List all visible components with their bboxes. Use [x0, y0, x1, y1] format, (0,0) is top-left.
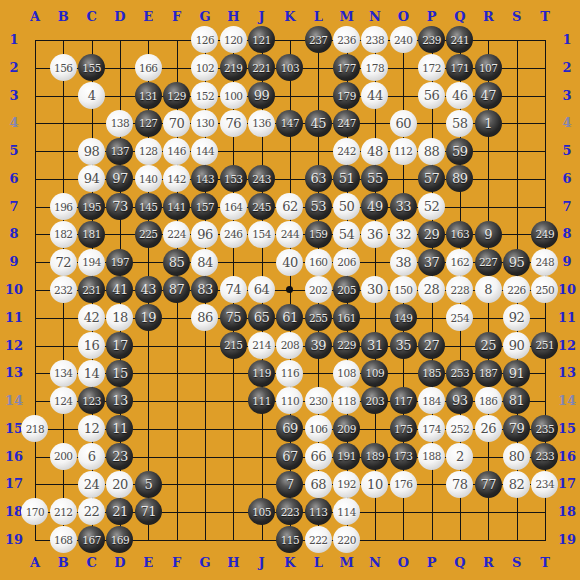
stone-J6-move-243: 243: [248, 165, 275, 192]
col-label-top-J: J: [248, 9, 276, 25]
stone-D16-move-23: 23: [106, 443, 133, 470]
stone-H1-move-120: 120: [220, 26, 247, 53]
col-label-bottom-M: M: [333, 555, 361, 571]
col-label-bottom-L: L: [304, 555, 332, 571]
stone-O1-move-240: 240: [390, 26, 417, 53]
stone-D4-move-138: 138: [106, 110, 133, 137]
stone-R13-move-187: 187: [475, 360, 502, 387]
stone-N7-move-49: 49: [361, 193, 388, 220]
stone-C14-move-123: 123: [78, 387, 105, 414]
stone-D6-move-97: 97: [106, 165, 133, 192]
col-label-top-B: B: [49, 9, 77, 25]
stone-F10-move-87: 87: [163, 276, 190, 303]
col-label-top-H: H: [219, 9, 247, 25]
stone-D12-move-17: 17: [106, 332, 133, 359]
stone-Q15-move-252: 252: [446, 415, 473, 442]
stone-H6-move-153: 153: [220, 165, 247, 192]
stone-H3-move-100: 100: [220, 82, 247, 109]
stone-D11-move-18: 18: [106, 304, 133, 331]
col-label-bottom-O: O: [389, 555, 417, 571]
col-label-top-D: D: [106, 9, 134, 25]
stone-D5-move-137: 137: [106, 138, 133, 165]
stone-N2-move-178: 178: [361, 54, 388, 81]
col-label-bottom-P: P: [418, 555, 446, 571]
stone-M17-move-192: 192: [333, 471, 360, 498]
stone-M16-move-191: 191: [333, 443, 360, 470]
stone-G10-move-83: 83: [191, 276, 218, 303]
stone-H8-move-246: 246: [220, 221, 247, 248]
stone-C9-move-194: 194: [78, 249, 105, 276]
stone-M3-move-179: 179: [333, 82, 360, 109]
stone-K15-move-69: 69: [276, 415, 303, 442]
stone-Q13-move-253: 253: [446, 360, 473, 387]
stone-D13-move-15: 15: [106, 360, 133, 387]
col-label-top-L: L: [304, 9, 332, 25]
stone-J2-move-221: 221: [248, 54, 275, 81]
stone-J11-move-65: 65: [248, 304, 275, 331]
stone-R14-move-186: 186: [475, 387, 502, 414]
stone-O14-move-117: 117: [390, 387, 417, 414]
stone-C18-move-22: 22: [78, 498, 105, 525]
stone-F4-move-70: 70: [163, 110, 190, 137]
stone-J14-move-111: 111: [248, 387, 275, 414]
stone-C12-move-16: 16: [78, 332, 105, 359]
stone-B10-move-232: 232: [50, 276, 77, 303]
stone-L19-move-222: 222: [305, 526, 332, 553]
stone-C7-move-195: 195: [78, 193, 105, 220]
col-label-bottom-S: S: [503, 555, 531, 571]
stone-T8-move-249: 249: [531, 221, 558, 248]
stone-F8-move-224: 224: [163, 221, 190, 248]
stone-T16-move-233: 233: [531, 443, 558, 470]
stone-J8-move-154: 154: [248, 221, 275, 248]
stone-C10-move-231: 231: [78, 276, 105, 303]
stone-L18-move-113: 113: [305, 498, 332, 525]
col-label-bottom-T: T: [531, 555, 559, 571]
col-label-top-S: S: [503, 9, 531, 25]
stone-T17-move-234: 234: [531, 471, 558, 498]
stone-P16-move-188: 188: [418, 443, 445, 470]
stone-N16-move-189: 189: [361, 443, 388, 470]
stone-Q9-move-162: 162: [446, 249, 473, 276]
stone-G3-move-152: 152: [191, 82, 218, 109]
stone-C3-move-4: 4: [78, 82, 105, 109]
stone-B14-move-124: 124: [50, 387, 77, 414]
stone-G11-move-86: 86: [191, 304, 218, 331]
stone-M11-move-161: 161: [333, 304, 360, 331]
col-label-top-T: T: [531, 9, 559, 25]
stone-M18-move-114: 114: [333, 498, 360, 525]
col-label-bottom-C: C: [78, 555, 106, 571]
stone-F5-move-146: 146: [163, 138, 190, 165]
stone-K18-move-223: 223: [276, 498, 303, 525]
stone-L8-move-159: 159: [305, 221, 332, 248]
stone-B16-move-200: 200: [50, 443, 77, 470]
col-label-bottom-Q: Q: [446, 555, 474, 571]
stone-C8-move-181: 181: [78, 221, 105, 248]
stone-O15-move-175: 175: [390, 415, 417, 442]
stone-C16-move-6: 6: [78, 443, 105, 470]
stone-M10-move-205: 205: [333, 276, 360, 303]
stone-R2-move-107: 107: [475, 54, 502, 81]
col-label-bottom-B: B: [49, 555, 77, 571]
stone-S14-move-81: 81: [503, 387, 530, 414]
stone-L16-move-66: 66: [305, 443, 332, 470]
stone-Q6-move-89: 89: [446, 165, 473, 192]
stone-R15-move-26: 26: [475, 415, 502, 442]
stone-P15-move-174: 174: [418, 415, 445, 442]
col-label-bottom-J: J: [248, 555, 276, 571]
stone-F3-move-129: 129: [163, 82, 190, 109]
stone-H10-move-74: 74: [220, 276, 247, 303]
stone-S10-move-226: 226: [503, 276, 530, 303]
stone-B18-move-212: 212: [50, 498, 77, 525]
stone-M9-move-206: 206: [333, 249, 360, 276]
stone-J7-move-245: 245: [248, 193, 275, 220]
col-label-top-F: F: [163, 9, 191, 25]
stone-D15-move-11: 11: [106, 415, 133, 442]
stone-Q14-move-93: 93: [446, 387, 473, 414]
stone-M8-move-54: 54: [333, 221, 360, 248]
stone-E4-move-127: 127: [135, 110, 162, 137]
stone-K16-move-67: 67: [276, 443, 303, 470]
col-label-bottom-A: A: [21, 555, 49, 571]
stone-N14-move-203: 203: [361, 387, 388, 414]
stone-Q4-move-58: 58: [446, 110, 473, 137]
stone-K2-move-103: 103: [276, 54, 303, 81]
stone-M15-move-209: 209: [333, 415, 360, 442]
stone-N5-move-48: 48: [361, 138, 388, 165]
stone-L6-move-63: 63: [305, 165, 332, 192]
stone-O17-move-176: 176: [390, 471, 417, 498]
stone-M7-move-50: 50: [333, 193, 360, 220]
col-label-bottom-D: D: [106, 555, 134, 571]
stone-P7-move-52: 52: [418, 193, 445, 220]
stone-L12-move-39: 39: [305, 332, 332, 359]
stone-K13-move-116: 116: [276, 360, 303, 387]
stone-C2-move-155: 155: [78, 54, 105, 81]
col-label-bottom-F: F: [163, 555, 191, 571]
stone-H2-move-219: 219: [220, 54, 247, 81]
stone-N13-move-109: 109: [361, 360, 388, 387]
stone-H4-move-76: 76: [220, 110, 247, 137]
stone-S13-move-91: 91: [503, 360, 530, 387]
stone-H12-move-215: 215: [220, 332, 247, 359]
stone-P10-move-28: 28: [418, 276, 445, 303]
stone-D14-move-13: 13: [106, 387, 133, 414]
stone-F9-move-85: 85: [163, 249, 190, 276]
stone-D10-move-41: 41: [106, 276, 133, 303]
stone-Q16-move-2: 2: [446, 443, 473, 470]
stone-R12-move-25: 25: [475, 332, 502, 359]
stone-M6-move-51: 51: [333, 165, 360, 192]
col-label-top-G: G: [191, 9, 219, 25]
col-label-bottom-R: R: [474, 555, 502, 571]
stone-N3-move-44: 44: [361, 82, 388, 109]
stone-K8-move-244: 244: [276, 221, 303, 248]
stone-E7-move-145: 145: [135, 193, 162, 220]
star-point-K10: [286, 286, 293, 293]
stone-Q17-move-78: 78: [446, 471, 473, 498]
col-label-top-R: R: [474, 9, 502, 25]
stone-G1-move-126: 126: [191, 26, 218, 53]
col-label-bottom-G: G: [191, 555, 219, 571]
stone-L17-move-68: 68: [305, 471, 332, 498]
stone-T10-move-250: 250: [531, 276, 558, 303]
stone-L11-move-255: 255: [305, 304, 332, 331]
stone-Q10-move-228: 228: [446, 276, 473, 303]
stone-A15-move-218: 218: [21, 415, 48, 442]
stone-E6-move-140: 140: [135, 165, 162, 192]
stone-N8-move-36: 36: [361, 221, 388, 248]
col-label-top-P: P: [418, 9, 446, 25]
stone-C17-move-24: 24: [78, 471, 105, 498]
stone-M12-move-229: 229: [333, 332, 360, 359]
stone-L10-move-202: 202: [305, 276, 332, 303]
stone-K17-move-7: 7: [276, 471, 303, 498]
stone-K14-move-110: 110: [276, 387, 303, 414]
col-label-top-K: K: [276, 9, 304, 25]
stone-G2-move-102: 102: [191, 54, 218, 81]
stone-P5-move-88: 88: [418, 138, 445, 165]
stone-B8-move-182: 182: [50, 221, 77, 248]
go-board[interactable]: 1261201212372362382402392411561551661022…: [21, 26, 559, 554]
stone-Q3-move-46: 46: [446, 82, 473, 109]
stone-M1-move-236: 236: [333, 26, 360, 53]
stone-R9-move-227: 227: [475, 249, 502, 276]
stone-S12-move-90: 90: [503, 332, 530, 359]
stone-K19-move-115: 115: [276, 526, 303, 553]
stone-N1-move-238: 238: [361, 26, 388, 53]
stone-M13-move-108: 108: [333, 360, 360, 387]
stone-P8-move-29: 29: [418, 221, 445, 248]
stone-F6-move-142: 142: [163, 165, 190, 192]
stone-P6-move-57: 57: [418, 165, 445, 192]
stone-C6-move-94: 94: [78, 165, 105, 192]
stone-C5-move-98: 98: [78, 138, 105, 165]
stone-J4-move-136: 136: [248, 110, 275, 137]
stone-O10-move-150: 150: [390, 276, 417, 303]
stone-R10-move-8: 8: [475, 276, 502, 303]
stone-E18-move-71: 71: [135, 498, 162, 525]
col-label-bottom-H: H: [219, 555, 247, 571]
stone-J10-move-64: 64: [248, 276, 275, 303]
col-label-top-Q: Q: [446, 9, 474, 25]
stone-O5-move-112: 112: [390, 138, 417, 165]
stone-E3-move-131: 131: [135, 82, 162, 109]
stone-O4-move-60: 60: [390, 110, 417, 137]
go-kifu-screenshot: { "game": "go", "description": "19x19 go…: [0, 0, 580, 580]
stone-S16-move-80: 80: [503, 443, 530, 470]
stone-M5-move-242: 242: [333, 138, 360, 165]
stone-P13-move-185: 185: [418, 360, 445, 387]
stone-J13-move-119: 119: [248, 360, 275, 387]
stone-C13-move-14: 14: [78, 360, 105, 387]
stone-D18-move-21: 21: [106, 498, 133, 525]
stone-G7-move-157: 157: [191, 193, 218, 220]
stone-L7-move-53: 53: [305, 193, 332, 220]
stone-R8-move-9: 9: [475, 221, 502, 248]
stone-N6-move-55: 55: [361, 165, 388, 192]
stone-E8-move-225: 225: [135, 221, 162, 248]
stone-B7-move-196: 196: [50, 193, 77, 220]
stone-F7-move-141: 141: [163, 193, 190, 220]
stone-O7-move-33: 33: [390, 193, 417, 220]
stone-L1-move-237: 237: [305, 26, 332, 53]
stone-J3-move-99: 99: [248, 82, 275, 109]
col-label-top-E: E: [134, 9, 162, 25]
stone-G4-move-130: 130: [191, 110, 218, 137]
stone-B2-move-156: 156: [50, 54, 77, 81]
stone-G8-move-96: 96: [191, 221, 218, 248]
stone-O11-move-149: 149: [390, 304, 417, 331]
col-label-top-N: N: [361, 9, 389, 25]
stone-K7-move-62: 62: [276, 193, 303, 220]
stone-M19-move-220: 220: [333, 526, 360, 553]
stone-Q1-move-241: 241: [446, 26, 473, 53]
stone-S9-move-95: 95: [503, 249, 530, 276]
stone-B9-move-72: 72: [50, 249, 77, 276]
stone-T9-move-248: 248: [531, 249, 558, 276]
stone-K12-move-208: 208: [276, 332, 303, 359]
stone-A18-move-170: 170: [21, 498, 48, 525]
stone-S17-move-82: 82: [503, 471, 530, 498]
stone-S15-move-79: 79: [503, 415, 530, 442]
stone-E10-move-43: 43: [135, 276, 162, 303]
stone-E11-move-19: 19: [135, 304, 162, 331]
stone-E17-move-5: 5: [135, 471, 162, 498]
stone-H7-move-164: 164: [220, 193, 247, 220]
stone-K11-move-61: 61: [276, 304, 303, 331]
stone-E2-move-166: 166: [135, 54, 162, 81]
stone-M4-move-247: 247: [333, 110, 360, 137]
stone-P14-move-184: 184: [418, 387, 445, 414]
stone-O12-move-35: 35: [390, 332, 417, 359]
stone-Q5-move-59: 59: [446, 138, 473, 165]
stone-N17-move-10: 10: [361, 471, 388, 498]
stone-D19-move-169: 169: [106, 526, 133, 553]
stone-D17-move-20: 20: [106, 471, 133, 498]
stone-P1-move-239: 239: [418, 26, 445, 53]
stone-R3-move-47: 47: [475, 82, 502, 109]
stone-D9-move-197: 197: [106, 249, 133, 276]
stone-P12-move-27: 27: [418, 332, 445, 359]
stone-H11-move-75: 75: [220, 304, 247, 331]
stone-L9-move-160: 160: [305, 249, 332, 276]
stone-B13-move-134: 134: [50, 360, 77, 387]
stone-G9-move-84: 84: [191, 249, 218, 276]
stone-R4-move-1: 1: [475, 110, 502, 137]
stone-T15-move-235: 235: [531, 415, 558, 442]
stone-O16-move-173: 173: [390, 443, 417, 470]
stone-P2-move-172: 172: [418, 54, 445, 81]
stone-C11-move-42: 42: [78, 304, 105, 331]
stone-C19-move-167: 167: [78, 526, 105, 553]
col-label-bottom-E: E: [134, 555, 162, 571]
stone-N12-move-31: 31: [361, 332, 388, 359]
stone-L14-move-230: 230: [305, 387, 332, 414]
stone-N10-move-30: 30: [361, 276, 388, 303]
stone-S11-move-92: 92: [503, 304, 530, 331]
stone-T12-move-251: 251: [531, 332, 558, 359]
stone-L4-move-45: 45: [305, 110, 332, 137]
stone-R17-move-77: 77: [475, 471, 502, 498]
col-label-top-C: C: [78, 9, 106, 25]
stone-M2-move-177: 177: [333, 54, 360, 81]
stone-J1-move-121: 121: [248, 26, 275, 53]
col-label-top-M: M: [333, 9, 361, 25]
col-label-top-O: O: [389, 9, 417, 25]
stone-Q11-move-254: 254: [446, 304, 473, 331]
col-label-bottom-N: N: [361, 555, 389, 571]
stone-G6-move-143: 143: [191, 165, 218, 192]
stone-P3-move-56: 56: [418, 82, 445, 109]
stone-D7-move-73: 73: [106, 193, 133, 220]
stone-O9-move-38: 38: [390, 249, 417, 276]
col-label-top-A: A: [21, 9, 49, 25]
stone-E5-move-128: 128: [135, 138, 162, 165]
col-label-bottom-K: K: [276, 555, 304, 571]
stone-M14-move-118: 118: [333, 387, 360, 414]
stone-O8-move-32: 32: [390, 221, 417, 248]
stone-G5-move-144: 144: [191, 138, 218, 165]
stone-Q8-move-163: 163: [446, 221, 473, 248]
stone-K4-move-147: 147: [276, 110, 303, 137]
stone-J12-move-214: 214: [248, 332, 275, 359]
stone-P9-move-37: 37: [418, 249, 445, 276]
stone-C15-move-12: 12: [78, 415, 105, 442]
stone-Q2-move-171: 171: [446, 54, 473, 81]
stone-J18-move-105: 105: [248, 498, 275, 525]
stone-L15-move-106: 106: [305, 415, 332, 442]
stone-K9-move-40: 40: [276, 249, 303, 276]
stone-B19-move-168: 168: [50, 526, 77, 553]
